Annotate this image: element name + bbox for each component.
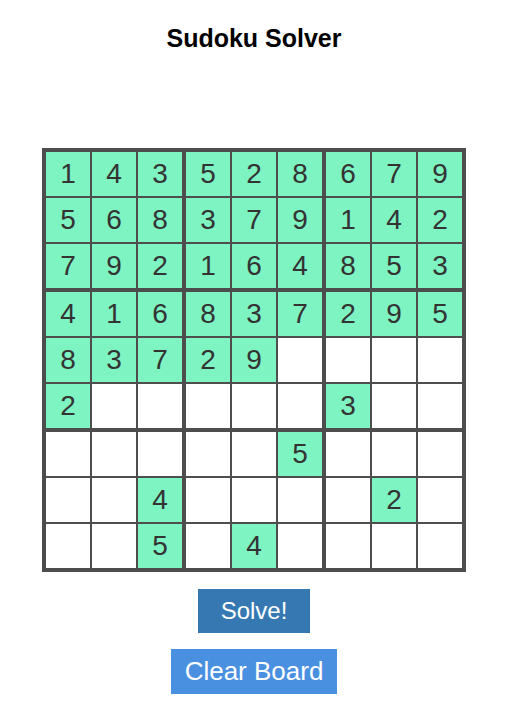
sudoku-grid: 1435286795683791427921648534168372958372… — [46, 152, 462, 568]
sudoku-cell-r4c3[interactable]: 6 — [138, 292, 186, 338]
sudoku-cell-r5c5[interactable]: 9 — [232, 338, 278, 384]
sudoku-cell-r1c8[interactable]: 7 — [372, 152, 418, 198]
sudoku-cell-r7c2[interactable] — [92, 432, 138, 478]
sudoku-cell-r6c4[interactable] — [186, 384, 232, 432]
sudoku-cell-r3c2[interactable]: 9 — [92, 244, 138, 292]
sudoku-cell-r1c4[interactable]: 5 — [186, 152, 232, 198]
sudoku-cell-r7c1[interactable] — [46, 432, 92, 478]
sudoku-board: 1435286795683791427921648534168372958372… — [42, 148, 466, 572]
sudoku-cell-r1c5[interactable]: 2 — [232, 152, 278, 198]
sudoku-cell-r5c1[interactable]: 8 — [46, 338, 92, 384]
sudoku-cell-r7c9[interactable] — [418, 432, 462, 478]
sudoku-cell-r2c6[interactable]: 9 — [278, 198, 326, 244]
sudoku-cell-r5c9[interactable] — [418, 338, 462, 384]
sudoku-cell-r6c6[interactable] — [278, 384, 326, 432]
sudoku-cell-r7c8[interactable] — [372, 432, 418, 478]
sudoku-cell-r1c2[interactable]: 4 — [92, 152, 138, 198]
sudoku-cell-r4c9[interactable]: 5 — [418, 292, 462, 338]
clear-board-button[interactable]: Clear Board — [171, 649, 338, 694]
sudoku-cell-r4c2[interactable]: 1 — [92, 292, 138, 338]
sudoku-cell-r8c7[interactable] — [326, 478, 372, 524]
page-title: Sudoku Solver — [0, 0, 508, 53]
sudoku-cell-r9c2[interactable] — [92, 524, 138, 568]
sudoku-cell-r5c6[interactable] — [278, 338, 326, 384]
sudoku-cell-r1c6[interactable]: 8 — [278, 152, 326, 198]
sudoku-cell-r7c7[interactable] — [326, 432, 372, 478]
sudoku-cell-r9c3[interactable]: 5 — [138, 524, 186, 568]
sudoku-cell-r7c3[interactable] — [138, 432, 186, 478]
sudoku-cell-r2c7[interactable]: 1 — [326, 198, 372, 244]
sudoku-cell-r9c5[interactable]: 4 — [232, 524, 278, 568]
sudoku-cell-r5c7[interactable] — [326, 338, 372, 384]
sudoku-cell-r2c9[interactable]: 2 — [418, 198, 462, 244]
sudoku-cell-r8c9[interactable] — [418, 478, 462, 524]
sudoku-cell-r2c3[interactable]: 8 — [138, 198, 186, 244]
sudoku-cell-r9c4[interactable] — [186, 524, 232, 568]
controls: Solve! Clear Board — [0, 589, 508, 694]
sudoku-cell-r9c1[interactable] — [46, 524, 92, 568]
sudoku-cell-r2c4[interactable]: 3 — [186, 198, 232, 244]
sudoku-cell-r4c7[interactable]: 2 — [326, 292, 372, 338]
sudoku-cell-r9c6[interactable] — [278, 524, 326, 568]
sudoku-cell-r6c1[interactable]: 2 — [46, 384, 92, 432]
sudoku-cell-r3c6[interactable]: 4 — [278, 244, 326, 292]
sudoku-cell-r8c5[interactable] — [232, 478, 278, 524]
sudoku-cell-r7c5[interactable] — [232, 432, 278, 478]
sudoku-cell-r1c3[interactable]: 3 — [138, 152, 186, 198]
solve-button[interactable]: Solve! — [198, 589, 311, 633]
sudoku-cell-r6c9[interactable] — [418, 384, 462, 432]
sudoku-cell-r3c7[interactable]: 8 — [326, 244, 372, 292]
sudoku-cell-r6c3[interactable] — [138, 384, 186, 432]
sudoku-cell-r7c6[interactable]: 5 — [278, 432, 326, 478]
sudoku-cell-r2c5[interactable]: 7 — [232, 198, 278, 244]
sudoku-cell-r9c8[interactable] — [372, 524, 418, 568]
sudoku-cell-r6c8[interactable] — [372, 384, 418, 432]
sudoku-cell-r4c4[interactable]: 8 — [186, 292, 232, 338]
sudoku-cell-r1c7[interactable]: 6 — [326, 152, 372, 198]
sudoku-cell-r4c6[interactable]: 7 — [278, 292, 326, 338]
sudoku-cell-r9c9[interactable] — [418, 524, 462, 568]
sudoku-cell-r1c1[interactable]: 1 — [46, 152, 92, 198]
sudoku-cell-r3c3[interactable]: 2 — [138, 244, 186, 292]
sudoku-cell-r3c1[interactable]: 7 — [46, 244, 92, 292]
sudoku-cell-r3c4[interactable]: 1 — [186, 244, 232, 292]
sudoku-cell-r7c4[interactable] — [186, 432, 232, 478]
sudoku-cell-r5c3[interactable]: 7 — [138, 338, 186, 384]
sudoku-solver-page: Sudoku Solver 14352867956837914279216485… — [0, 0, 508, 708]
sudoku-cell-r9c7[interactable] — [326, 524, 372, 568]
sudoku-cell-r5c8[interactable] — [372, 338, 418, 384]
sudoku-cell-r8c8[interactable]: 2 — [372, 478, 418, 524]
sudoku-cell-r5c2[interactable]: 3 — [92, 338, 138, 384]
sudoku-cell-r4c5[interactable]: 3 — [232, 292, 278, 338]
sudoku-cell-r1c9[interactable]: 9 — [418, 152, 462, 198]
sudoku-cell-r2c1[interactable]: 5 — [46, 198, 92, 244]
sudoku-cell-r2c8[interactable]: 4 — [372, 198, 418, 244]
sudoku-cell-r6c7[interactable]: 3 — [326, 384, 372, 432]
sudoku-cell-r4c8[interactable]: 9 — [372, 292, 418, 338]
sudoku-cell-r4c1[interactable]: 4 — [46, 292, 92, 338]
sudoku-cell-r5c4[interactable]: 2 — [186, 338, 232, 384]
sudoku-cell-r8c2[interactable] — [92, 478, 138, 524]
sudoku-cell-r6c5[interactable] — [232, 384, 278, 432]
sudoku-cell-r3c5[interactable]: 6 — [232, 244, 278, 292]
sudoku-cell-r6c2[interactable] — [92, 384, 138, 432]
sudoku-cell-r8c1[interactable] — [46, 478, 92, 524]
sudoku-cell-r8c3[interactable]: 4 — [138, 478, 186, 524]
sudoku-cell-r3c9[interactable]: 3 — [418, 244, 462, 292]
sudoku-cell-r2c2[interactable]: 6 — [92, 198, 138, 244]
sudoku-cell-r3c8[interactable]: 5 — [372, 244, 418, 292]
sudoku-cell-r8c6[interactable] — [278, 478, 326, 524]
sudoku-cell-r8c4[interactable] — [186, 478, 232, 524]
